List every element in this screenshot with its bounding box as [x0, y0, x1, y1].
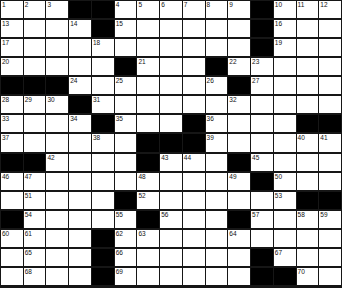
white-cell[interactable]: 5 — [137, 1, 159, 18]
white-cell[interactable] — [137, 268, 159, 285]
white-cell[interactable] — [24, 58, 46, 75]
white-cell[interactable] — [297, 20, 319, 37]
white-cell[interactable]: 15 — [115, 20, 137, 37]
clue-number: 26 — [207, 77, 214, 84]
black-cell — [274, 268, 296, 285]
white-cell[interactable] — [137, 249, 159, 266]
white-cell[interactable]: 49 — [228, 173, 250, 190]
white-cell[interactable] — [1, 192, 23, 209]
white-cell[interactable]: 16 — [274, 20, 296, 37]
white-cell[interactable]: 8 — [206, 1, 228, 18]
white-cell[interactable] — [251, 192, 273, 209]
white-cell[interactable]: 3 — [46, 1, 68, 18]
black-cell — [92, 20, 114, 37]
white-cell[interactable] — [183, 192, 205, 209]
white-cell[interactable] — [69, 39, 91, 56]
white-cell[interactable] — [92, 77, 114, 94]
black-cell — [1, 154, 23, 171]
white-cell[interactable] — [160, 249, 182, 266]
white-cell[interactable] — [228, 268, 250, 285]
white-cell[interactable] — [46, 192, 68, 209]
clue-number: 4 — [116, 1, 120, 8]
white-cell[interactable] — [46, 173, 68, 190]
white-cell[interactable]: 23 — [251, 58, 273, 75]
white-cell[interactable] — [183, 268, 205, 285]
white-cell[interactable] — [206, 39, 228, 56]
black-cell — [92, 1, 114, 18]
clue-number: 19 — [275, 39, 282, 46]
white-cell[interactable] — [206, 249, 228, 266]
clue-number: 16 — [275, 20, 282, 27]
clue-number: 48 — [138, 173, 145, 180]
black-cell — [92, 115, 114, 132]
clue-number: 15 — [116, 20, 123, 27]
white-cell[interactable]: 66 — [115, 249, 137, 266]
clue-number: 44 — [184, 154, 191, 161]
white-cell[interactable]: 56 — [160, 211, 182, 228]
white-cell[interactable]: 59 — [319, 211, 341, 228]
white-cell[interactable] — [46, 230, 68, 247]
black-cell — [183, 134, 205, 151]
white-cell[interactable]: 19 — [274, 39, 296, 56]
clue-number: 42 — [47, 154, 54, 161]
white-cell[interactable] — [137, 20, 159, 37]
clue-number: 5 — [138, 1, 142, 8]
white-cell[interactable] — [1, 249, 23, 266]
white-cell[interactable] — [115, 96, 137, 113]
white-cell[interactable] — [319, 77, 341, 94]
white-cell[interactable]: 62 — [115, 230, 137, 247]
white-cell[interactable] — [160, 115, 182, 132]
black-cell — [319, 115, 341, 132]
white-cell[interactable]: 34 — [69, 115, 91, 132]
white-cell[interactable]: 21 — [137, 58, 159, 75]
white-cell[interactable] — [319, 154, 341, 171]
white-cell[interactable] — [1, 268, 23, 285]
white-cell[interactable] — [92, 58, 114, 75]
clue-number: 12 — [320, 1, 327, 8]
white-cell[interactable] — [160, 268, 182, 285]
white-cell[interactable]: 28 — [1, 96, 23, 113]
white-cell[interactable]: 38 — [92, 134, 114, 151]
clue-number: 40 — [298, 134, 305, 141]
white-cell[interactable] — [228, 39, 250, 56]
white-cell[interactable] — [274, 77, 296, 94]
white-cell[interactable]: 48 — [137, 173, 159, 190]
white-cell[interactable] — [46, 211, 68, 228]
clue-number: 27 — [252, 77, 259, 84]
white-cell[interactable]: 41 — [319, 134, 341, 151]
black-cell — [137, 211, 159, 228]
white-cell[interactable] — [297, 173, 319, 190]
clue-number: 64 — [229, 230, 236, 237]
clue-number: 66 — [116, 249, 123, 256]
white-cell[interactable] — [274, 96, 296, 113]
clue-number: 1 — [2, 1, 6, 8]
clue-number: 34 — [70, 115, 77, 122]
white-cell[interactable] — [24, 134, 46, 151]
white-cell[interactable] — [69, 173, 91, 190]
clue-number: 28 — [2, 96, 9, 103]
white-cell[interactable]: 22 — [228, 58, 250, 75]
clue-number: 18 — [93, 39, 100, 46]
white-cell[interactable]: 31 — [92, 96, 114, 113]
white-cell[interactable]: 36 — [206, 115, 228, 132]
white-cell[interactable]: 11 — [297, 1, 319, 18]
white-cell[interactable]: 67 — [274, 249, 296, 266]
clue-number: 24 — [70, 77, 77, 84]
white-cell[interactable] — [160, 173, 182, 190]
white-cell[interactable] — [69, 268, 91, 285]
clue-number: 25 — [116, 77, 123, 84]
white-cell[interactable] — [92, 211, 114, 228]
white-cell[interactable]: 20 — [1, 58, 23, 75]
white-cell[interactable]: 18 — [92, 39, 114, 56]
clue-number: 49 — [229, 173, 236, 180]
white-cell[interactable] — [115, 39, 137, 56]
black-cell — [297, 192, 319, 209]
black-cell — [183, 115, 205, 132]
white-cell[interactable] — [251, 115, 273, 132]
clue-number: 2 — [25, 1, 29, 8]
clue-number: 39 — [207, 134, 214, 141]
white-cell[interactable] — [69, 230, 91, 247]
white-cell[interactable]: 60 — [1, 230, 23, 247]
white-cell[interactable]: 61 — [24, 230, 46, 247]
white-cell[interactable]: 46 — [1, 173, 23, 190]
white-cell[interactable] — [251, 134, 273, 151]
white-cell[interactable] — [319, 39, 341, 56]
white-cell[interactable] — [319, 20, 341, 37]
white-cell[interactable] — [69, 58, 91, 75]
black-cell — [137, 154, 159, 171]
white-cell[interactable]: 55 — [115, 211, 137, 228]
clue-number: 13 — [2, 20, 9, 27]
black-cell — [115, 192, 137, 209]
white-cell[interactable]: 33 — [1, 115, 23, 132]
white-cell[interactable]: 29 — [24, 96, 46, 113]
white-cell[interactable]: 69 — [115, 268, 137, 285]
white-cell[interactable]: 57 — [251, 211, 273, 228]
white-cell[interactable] — [69, 249, 91, 266]
white-cell[interactable] — [274, 115, 296, 132]
white-cell[interactable]: 17 — [1, 39, 23, 56]
white-cell[interactable] — [115, 154, 137, 171]
clue-number: 54 — [25, 211, 32, 218]
clue-number: 55 — [116, 211, 123, 218]
clue-number: 29 — [25, 96, 32, 103]
white-cell[interactable]: 12 — [319, 1, 341, 18]
black-cell — [228, 77, 250, 94]
white-cell[interactable]: 2 — [24, 1, 46, 18]
white-cell[interactable] — [319, 58, 341, 75]
white-cell[interactable]: 50 — [274, 173, 296, 190]
black-cell — [251, 20, 273, 37]
black-cell — [92, 230, 114, 247]
black-cell — [251, 1, 273, 18]
white-cell[interactable]: 30 — [46, 96, 68, 113]
white-cell[interactable] — [183, 20, 205, 37]
black-cell — [69, 96, 91, 113]
white-cell[interactable] — [206, 230, 228, 247]
clue-number: 67 — [275, 249, 282, 256]
black-cell — [69, 1, 91, 18]
white-cell[interactable] — [160, 77, 182, 94]
clue-number: 68 — [25, 268, 32, 275]
white-cell[interactable] — [183, 39, 205, 56]
clue-number: 11 — [298, 1, 305, 8]
white-cell[interactable]: 4 — [115, 1, 137, 18]
white-cell[interactable] — [46, 115, 68, 132]
white-cell[interactable] — [160, 58, 182, 75]
white-cell[interactable]: 64 — [228, 230, 250, 247]
white-cell[interactable] — [319, 249, 341, 266]
white-cell[interactable] — [319, 173, 341, 190]
white-cell[interactable] — [228, 249, 250, 266]
white-cell[interactable] — [251, 96, 273, 113]
white-cell[interactable] — [183, 77, 205, 94]
white-cell[interactable] — [137, 96, 159, 113]
white-cell[interactable] — [206, 154, 228, 171]
clue-number: 31 — [93, 96, 100, 103]
black-cell — [251, 39, 273, 56]
white-cell[interactable] — [115, 134, 137, 151]
white-cell[interactable]: 26 — [206, 77, 228, 94]
clue-number: 69 — [116, 268, 123, 275]
white-cell[interactable] — [160, 96, 182, 113]
white-cell[interactable] — [206, 268, 228, 285]
white-cell[interactable] — [160, 230, 182, 247]
black-cell — [1, 211, 23, 228]
white-cell[interactable]: 10 — [274, 1, 296, 18]
clue-number: 35 — [116, 115, 123, 122]
white-cell[interactable]: 9 — [228, 1, 250, 18]
black-cell — [92, 268, 114, 285]
white-cell[interactable] — [160, 39, 182, 56]
white-cell[interactable]: 37 — [1, 134, 23, 151]
white-cell[interactable]: 24 — [69, 77, 91, 94]
clue-number: 47 — [25, 173, 32, 180]
white-cell[interactable] — [24, 115, 46, 132]
clue-number: 8 — [207, 1, 211, 8]
clue-number: 70 — [298, 268, 305, 275]
white-cell[interactable] — [69, 134, 91, 151]
clue-number: 53 — [275, 192, 282, 199]
white-cell[interactable]: 6 — [160, 1, 182, 18]
white-cell[interactable] — [92, 154, 114, 171]
black-cell — [228, 154, 250, 171]
white-cell[interactable] — [206, 211, 228, 228]
black-cell — [297, 115, 319, 132]
white-cell[interactable] — [319, 96, 341, 113]
clue-number: 46 — [2, 173, 9, 180]
white-cell[interactable] — [297, 58, 319, 75]
white-cell[interactable]: 54 — [24, 211, 46, 228]
white-cell[interactable] — [115, 173, 137, 190]
black-cell — [251, 173, 273, 190]
white-cell[interactable] — [228, 192, 250, 209]
white-cell[interactable]: 63 — [137, 230, 159, 247]
white-cell[interactable] — [183, 173, 205, 190]
white-cell[interactable] — [183, 58, 205, 75]
clue-number: 36 — [207, 115, 214, 122]
white-cell[interactable] — [24, 20, 46, 37]
clue-number: 45 — [252, 154, 259, 161]
white-cell[interactable]: 7 — [183, 1, 205, 18]
black-cell — [206, 58, 228, 75]
clue-number: 58 — [298, 211, 305, 218]
white-cell[interactable] — [251, 230, 273, 247]
white-cell[interactable] — [228, 20, 250, 37]
white-cell[interactable] — [183, 211, 205, 228]
clue-number: 60 — [2, 230, 9, 237]
white-cell[interactable] — [183, 230, 205, 247]
white-cell[interactable]: 39 — [206, 134, 228, 151]
white-cell[interactable] — [92, 173, 114, 190]
white-cell[interactable]: 14 — [69, 20, 91, 37]
clue-number: 65 — [25, 249, 32, 256]
clue-number: 14 — [70, 20, 77, 27]
white-cell[interactable] — [137, 39, 159, 56]
clue-number: 56 — [161, 211, 168, 218]
clue-number: 43 — [161, 154, 168, 161]
clue-number: 22 — [229, 58, 236, 65]
white-cell[interactable]: 27 — [251, 77, 273, 94]
white-cell[interactable] — [297, 154, 319, 171]
clue-number: 6 — [161, 1, 165, 8]
white-cell[interactable]: 44 — [183, 154, 205, 171]
black-cell — [251, 249, 273, 266]
clue-number: 30 — [47, 96, 54, 103]
white-cell[interactable] — [228, 134, 250, 151]
white-cell[interactable] — [274, 230, 296, 247]
clue-number: 21 — [138, 58, 145, 65]
white-cell[interactable]: 58 — [297, 211, 319, 228]
white-cell[interactable] — [160, 20, 182, 37]
clue-number: 33 — [2, 115, 9, 122]
white-cell[interactable]: 40 — [297, 134, 319, 151]
white-cell[interactable] — [46, 134, 68, 151]
white-cell[interactable] — [46, 58, 68, 75]
white-cell[interactable]: 32 — [228, 96, 250, 113]
white-cell[interactable]: 25 — [115, 77, 137, 94]
white-cell[interactable] — [319, 268, 341, 285]
clue-number: 57 — [252, 211, 259, 218]
white-cell[interactable] — [160, 192, 182, 209]
white-cell[interactable]: 35 — [115, 115, 137, 132]
white-cell[interactable]: 45 — [251, 154, 273, 171]
white-cell[interactable]: 51 — [24, 192, 46, 209]
white-cell[interactable] — [274, 211, 296, 228]
white-cell[interactable] — [297, 96, 319, 113]
white-cell[interactable] — [24, 39, 46, 56]
black-cell — [115, 58, 137, 75]
clue-number: 17 — [2, 39, 9, 46]
clue-number: 3 — [47, 1, 51, 8]
white-cell[interactable]: 13 — [1, 20, 23, 37]
clue-number: 61 — [25, 230, 32, 237]
white-cell[interactable] — [274, 58, 296, 75]
white-cell[interactable] — [183, 249, 205, 266]
white-cell[interactable] — [297, 230, 319, 247]
black-cell — [319, 192, 341, 209]
white-cell[interactable] — [206, 173, 228, 190]
white-cell[interactable] — [137, 115, 159, 132]
white-cell[interactable] — [297, 39, 319, 56]
clue-number: 41 — [320, 134, 327, 141]
white-cell[interactable] — [274, 154, 296, 171]
white-cell[interactable] — [69, 154, 91, 171]
black-cell — [46, 77, 68, 94]
white-cell[interactable]: 65 — [24, 249, 46, 266]
clue-number: 59 — [320, 211, 327, 218]
white-cell[interactable] — [228, 115, 250, 132]
clue-number: 51 — [25, 192, 32, 199]
black-cell — [24, 77, 46, 94]
clue-number: 38 — [93, 134, 100, 141]
white-cell[interactable] — [46, 20, 68, 37]
clue-number: 52 — [138, 192, 145, 199]
clue-number: 63 — [138, 230, 145, 237]
white-cell[interactable] — [319, 230, 341, 247]
white-cell[interactable]: 47 — [24, 173, 46, 190]
white-cell[interactable] — [46, 39, 68, 56]
black-cell — [1, 77, 23, 94]
black-cell — [24, 154, 46, 171]
clue-number: 20 — [2, 58, 9, 65]
clue-number: 37 — [2, 134, 9, 141]
black-cell — [92, 249, 114, 266]
white-cell[interactable]: 53 — [274, 192, 296, 209]
clue-number: 62 — [116, 230, 123, 237]
clue-number: 50 — [275, 173, 282, 180]
crossword-board: 1234567891011121314151617181920212223242… — [0, 0, 342, 288]
white-cell[interactable]: 1 — [1, 1, 23, 18]
clue-number: 9 — [229, 1, 233, 8]
white-cell[interactable]: 68 — [24, 268, 46, 285]
white-cell[interactable] — [69, 211, 91, 228]
white-cell[interactable]: 42 — [46, 154, 68, 171]
black-cell — [160, 134, 182, 151]
black-cell — [251, 268, 273, 285]
white-cell[interactable] — [137, 77, 159, 94]
white-cell[interactable]: 70 — [297, 268, 319, 285]
clue-number: 23 — [252, 58, 259, 65]
white-cell[interactable] — [46, 249, 68, 266]
white-cell[interactable] — [206, 20, 228, 37]
clue-number: 32 — [229, 96, 236, 103]
white-cell[interactable] — [183, 96, 205, 113]
clue-number: 7 — [184, 1, 188, 8]
white-cell[interactable] — [297, 249, 319, 266]
white-cell[interactable] — [297, 77, 319, 94]
white-cell[interactable] — [46, 268, 68, 285]
white-cell[interactable]: 52 — [137, 192, 159, 209]
white-cell[interactable]: 43 — [160, 154, 182, 171]
white-cell[interactable] — [69, 192, 91, 209]
white-cell[interactable] — [92, 192, 114, 209]
white-cell[interactable] — [206, 192, 228, 209]
black-cell — [137, 134, 159, 151]
black-cell — [228, 211, 250, 228]
white-cell[interactable] — [206, 96, 228, 113]
white-cell[interactable] — [274, 134, 296, 151]
clue-number: 10 — [275, 1, 282, 8]
